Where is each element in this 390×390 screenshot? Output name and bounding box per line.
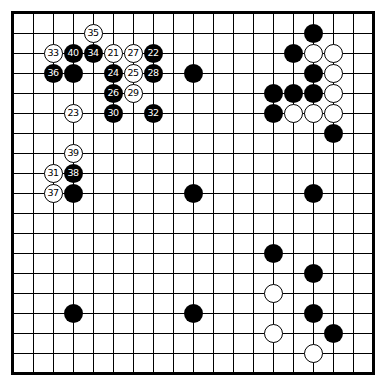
white-stone-move-37: 37 xyxy=(44,184,63,203)
white-stone xyxy=(304,44,323,63)
white-stone xyxy=(264,324,283,343)
black-stone xyxy=(64,64,83,83)
white-stone-move-31: 31 xyxy=(44,164,63,183)
black-stone xyxy=(304,64,323,83)
white-stone-move-25: 25 xyxy=(124,64,143,83)
black-stone xyxy=(264,84,283,103)
black-stone xyxy=(284,44,303,63)
black-stone xyxy=(64,184,83,203)
black-stone xyxy=(264,244,283,263)
white-stone-move-33: 33 xyxy=(44,44,63,63)
black-stone xyxy=(324,324,343,343)
white-stone-move-21: 21 xyxy=(104,44,123,63)
black-stone xyxy=(184,304,203,323)
black-stone-move-40: 40 xyxy=(64,44,83,63)
white-stone xyxy=(324,84,343,103)
white-stone-move-39: 39 xyxy=(64,144,83,163)
white-stone xyxy=(324,104,343,123)
black-stone xyxy=(184,64,203,83)
white-stone xyxy=(284,104,303,123)
black-stone-move-24: 24 xyxy=(104,64,123,83)
board-surface[interactable]: 3533403421272236242528262923303239313837 xyxy=(3,3,383,383)
go-board-diagram: 3533403421272236242528262923303239313837 xyxy=(0,0,390,390)
black-stone xyxy=(304,184,323,203)
black-stone-move-32: 32 xyxy=(144,104,163,123)
white-stone xyxy=(264,284,283,303)
black-stone xyxy=(284,84,303,103)
black-stone-move-34: 34 xyxy=(84,44,103,63)
black-stone xyxy=(64,304,83,323)
white-stone xyxy=(324,44,343,63)
white-stone-move-23: 23 xyxy=(64,104,83,123)
white-stone xyxy=(304,104,323,123)
black-stone-move-38: 38 xyxy=(64,164,83,183)
black-stone-move-22: 22 xyxy=(144,44,163,63)
white-stone xyxy=(324,64,343,83)
black-stone xyxy=(184,184,203,203)
white-stone xyxy=(304,344,323,363)
white-stone-move-35: 35 xyxy=(84,24,103,43)
black-stone-move-26: 26 xyxy=(104,84,123,103)
white-stone-move-27: 27 xyxy=(124,44,143,63)
black-stone xyxy=(304,264,323,283)
black-stone xyxy=(264,104,283,123)
black-stone xyxy=(304,304,323,323)
black-stone-move-28: 28 xyxy=(144,64,163,83)
black-stone-move-30: 30 xyxy=(104,104,123,123)
black-stone-move-36: 36 xyxy=(44,64,63,83)
black-stone xyxy=(324,124,343,143)
black-stone xyxy=(304,24,323,43)
white-stone-move-29: 29 xyxy=(124,84,143,103)
black-stone xyxy=(304,84,323,103)
